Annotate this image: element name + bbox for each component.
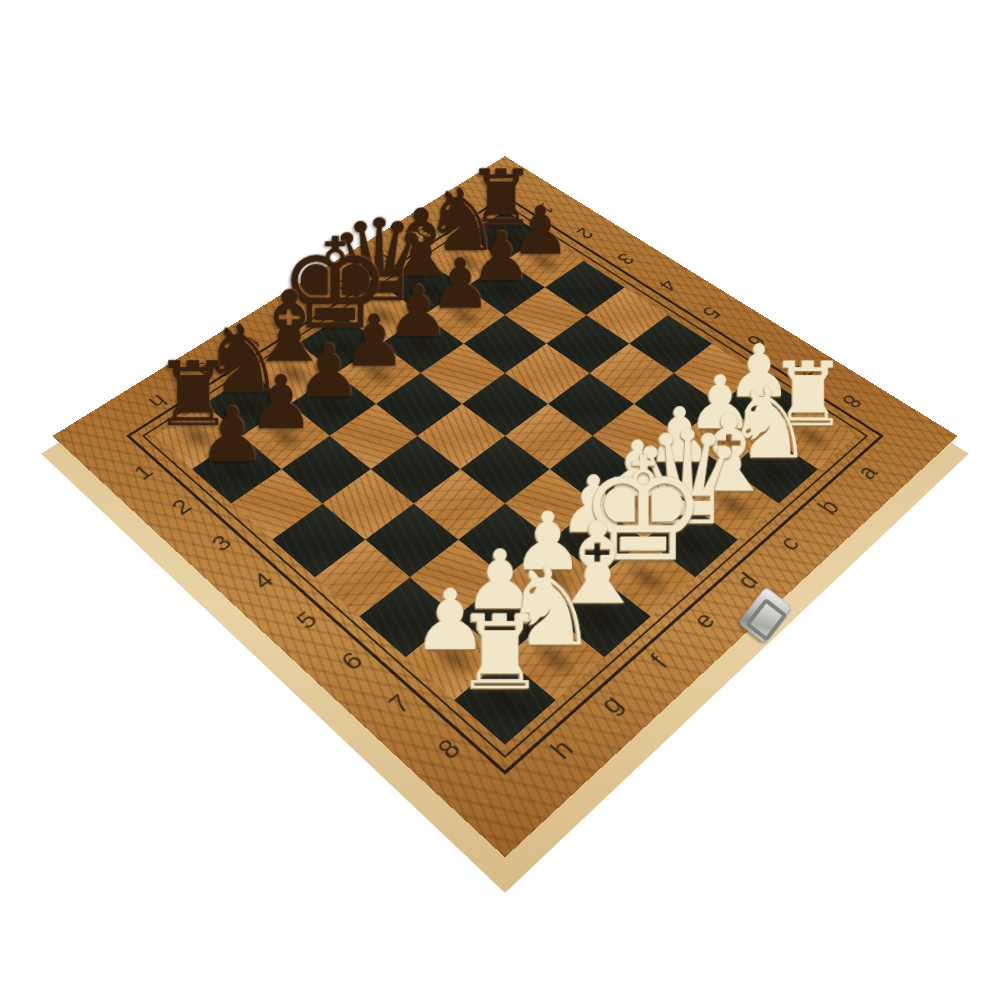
label-bottom-rank-6: 6 [328, 641, 376, 682]
label-top-rank-5: 5 [692, 299, 731, 326]
label-right-file-c: c [766, 525, 811, 561]
label-bottom-rank-3: 3 [199, 525, 244, 561]
chess-board: aabbccddeeffgghh1122334455667788♜♟♞♟♝♟♛♟… [52, 156, 957, 857]
white-r-glyph: ♜ [430, 602, 569, 704]
label-top-rank-4: 4 [648, 273, 687, 299]
label-right-file-g: g [586, 683, 635, 725]
label-top-rank-3: 3 [607, 246, 645, 271]
label-bottom-rank-2: 2 [159, 490, 203, 524]
black-p-glyph: ♟ [171, 397, 294, 473]
label-right-file-e: e [680, 601, 727, 640]
label-right-file-a: a [845, 456, 888, 489]
photo-background: aabbccddeeffgghh1122334455667788♜♟♞♟♝♟♛♟… [0, 0, 1000, 1000]
label-bottom-rank-8: 8 [424, 727, 474, 771]
label-right-file-f: f [634, 641, 682, 682]
label-right-file-b: b [806, 490, 850, 524]
label-bottom-rank-4: 4 [240, 562, 286, 599]
label-bottom-rank-7: 7 [374, 683, 423, 725]
label-bottom-rank-5: 5 [283, 601, 330, 640]
label-bottom-rank-1: 1 [121, 456, 164, 489]
label-right-file-h: h [536, 727, 586, 771]
